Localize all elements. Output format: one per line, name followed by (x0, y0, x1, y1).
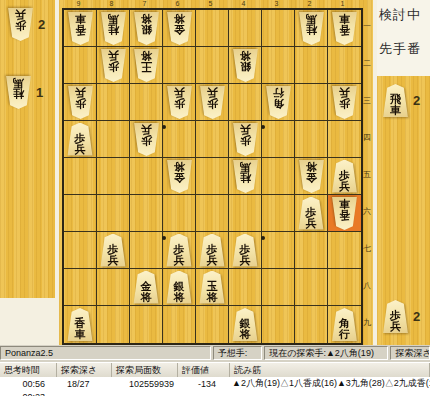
shogi-piece-歩兵-gote[interactable]: 歩兵 (166, 86, 193, 119)
shogi-piece-王将-gote[interactable]: 王将 (133, 49, 160, 82)
analysis-cell: 00:23 (0, 392, 57, 396)
square-1七[interactable] (328, 232, 361, 269)
piece-kanji: 歩 (306, 207, 317, 218)
hoshi-dot (162, 236, 166, 240)
piece-kanji: 銀 (240, 61, 251, 72)
square-9七[interactable] (64, 232, 97, 269)
square-5一[interactable] (196, 10, 229, 47)
sente-hand-tray: 飛車2歩兵2 (377, 76, 430, 345)
square-6五[interactable]: 金将 (163, 158, 196, 195)
piece-kanji: 兵 (390, 321, 401, 332)
piece-tile: 飛車 (382, 84, 409, 117)
shogi-piece-銀将-sente[interactable]: 銀将 (232, 308, 259, 341)
square-5三[interactable]: 歩兵 (196, 84, 229, 121)
square-2三[interactable] (295, 84, 328, 121)
shogi-piece-香車-gote[interactable]: 香車 (331, 12, 358, 45)
square-9二[interactable] (64, 47, 97, 84)
piece-kanji: 兵 (108, 50, 119, 61)
search-depth-label: 探索深さ (390, 346, 430, 360)
square-3九[interactable] (262, 306, 295, 343)
square-7五[interactable] (130, 158, 163, 195)
piece-kanji: 角 (273, 98, 284, 109)
piece-tile: 香車 (67, 12, 94, 45)
piece-tile: 金将 (298, 160, 325, 193)
piece-kanji: 金 (174, 172, 185, 183)
square-3二[interactable] (262, 47, 295, 84)
piece-kanji: 香 (339, 209, 350, 220)
shogi-piece-金将-gote[interactable]: 金将 (298, 160, 325, 193)
square-2六[interactable]: 歩兵 (295, 195, 328, 232)
piece-kanji: 歩 (15, 20, 26, 31)
shogi-piece-銀将-gote[interactable]: 銀将 (133, 12, 160, 45)
square-4四[interactable]: 歩兵 (229, 121, 262, 158)
piece-tile: 桂馬 (5, 76, 32, 109)
piece-kanji: 桂 (240, 172, 251, 183)
shogi-piece-歩兵-sente[interactable]: 歩兵 (199, 234, 226, 267)
rank-label: 八 (361, 267, 373, 304)
piece-kanji: 車 (339, 198, 350, 209)
piece-kanji: 桂 (108, 24, 119, 35)
engine-status-bar: Ponanza2.5 予想手: 現在の探索手:▲2八角(19) 探索深さ (0, 346, 430, 362)
file-labels: 987654321 (62, 0, 359, 8)
piece-kanji: 将 (174, 13, 185, 24)
piece-kanji: 銀 (141, 24, 152, 35)
piece-kanji: 歩 (174, 98, 185, 109)
square-8五[interactable] (97, 158, 130, 195)
square-7四[interactable]: 歩兵 (130, 121, 163, 158)
piece-tile: 銀将 (166, 271, 193, 304)
file-label: 6 (161, 0, 194, 8)
piece-kanji: 将 (174, 161, 185, 172)
piece-kanji: 兵 (174, 255, 185, 266)
piece-tile: 歩兵 (67, 123, 94, 156)
shogi-piece-歩兵-gote[interactable]: 歩兵 (100, 49, 127, 82)
engine-panel: Ponanza2.5 予想手: 現在の探索手:▲2八角(19) 探索深さ 思考時… (0, 345, 430, 396)
square-8三[interactable] (97, 84, 130, 121)
file-label: 2 (293, 0, 326, 8)
square-6一[interactable]: 金将 (163, 10, 196, 47)
piece-kanji: 車 (75, 13, 86, 24)
square-8八[interactable] (97, 269, 130, 306)
piece-kanji: 将 (240, 329, 251, 340)
status-text: 検討中 (377, 6, 430, 24)
square-6六[interactable] (163, 195, 196, 232)
shogi-piece-歩兵-sente[interactable]: 歩兵 (331, 160, 358, 193)
shogi-piece-桂馬-gote[interactable]: 桂馬 (100, 12, 127, 45)
shogi-piece-金将-sente[interactable]: 金将 (133, 271, 160, 304)
shogi-piece-歩兵-gote[interactable]: 歩兵 (331, 86, 358, 119)
piece-tile: 金将 (133, 271, 160, 304)
shogi-piece-飛車-sente[interactable]: 飛車 (382, 84, 409, 117)
piece-kanji: 将 (240, 50, 251, 61)
piece-kanji: 銀 (174, 281, 185, 292)
piece-kanji: 馬 (108, 13, 119, 24)
square-6八[interactable]: 銀将 (163, 269, 196, 306)
piece-tile: 銀将 (232, 49, 259, 82)
square-1二[interactable] (328, 47, 361, 84)
hand-piece-飛車[interactable]: 飛車2 (382, 84, 420, 117)
piece-tile: 金将 (166, 12, 193, 45)
column-header-3: 評価値 (178, 363, 230, 378)
current-search-move: 現在の探索手:▲2八角(19) (264, 346, 388, 360)
analysis-cell: 00:56 (0, 379, 57, 389)
shogi-piece-桂馬-gote[interactable]: 桂馬 (232, 160, 259, 193)
analysis-row[interactable]: 00:5618/27102559939-134▲2八角(19)△1八香成(16)… (0, 377, 430, 390)
piece-kanji: 金 (141, 281, 152, 292)
square-2八[interactable] (295, 269, 328, 306)
shogi-piece-歩兵-gote[interactable]: 歩兵 (7, 8, 34, 41)
piece-kanji: 歩 (240, 135, 251, 146)
piece-tile: 歩兵 (199, 86, 226, 119)
piece-kanji: 歩 (141, 135, 152, 146)
square-1四[interactable] (328, 121, 361, 158)
piece-tile: 歩兵 (232, 123, 259, 156)
file-label: 9 (62, 0, 95, 8)
square-7一[interactable]: 銀将 (130, 10, 163, 47)
shogi-piece-桂馬-gote[interactable]: 桂馬 (5, 76, 32, 109)
square-8一[interactable]: 桂馬 (97, 10, 130, 47)
square-3八[interactable] (262, 269, 295, 306)
shogi-piece-歩兵-gote[interactable]: 歩兵 (133, 123, 160, 156)
piece-tile: 銀将 (232, 308, 259, 341)
piece-kanji: 車 (75, 329, 86, 340)
piece-kanji: 行 (273, 87, 284, 98)
square-4九[interactable]: 銀将 (229, 306, 262, 343)
piece-tile: 歩兵 (331, 160, 358, 193)
piece-kanji: 兵 (306, 218, 317, 229)
piece-kanji: 歩 (108, 244, 119, 255)
square-6三[interactable]: 歩兵 (163, 84, 196, 121)
square-2一[interactable]: 桂馬 (295, 10, 328, 47)
square-5八[interactable]: 玉将 (196, 269, 229, 306)
shogi-piece-歩兵-sente[interactable]: 歩兵 (67, 123, 94, 156)
rank-label: 九 (361, 304, 373, 341)
piece-kanji: 金 (306, 172, 317, 183)
square-2四[interactable] (295, 121, 328, 158)
shogi-piece-金将-gote[interactable]: 金将 (166, 12, 193, 45)
square-4七[interactable]: 歩兵 (229, 232, 262, 269)
piece-tile: 歩兵 (199, 234, 226, 267)
square-5二[interactable] (196, 47, 229, 84)
square-2七[interactable] (295, 232, 328, 269)
piece-tile: 歩兵 (100, 234, 127, 267)
shogi-piece-香車-gote[interactable]: 香車 (331, 197, 358, 230)
hand-piece-count: 2 (413, 309, 420, 324)
file-label: 8 (95, 0, 128, 8)
square-4八[interactable] (229, 269, 262, 306)
shogi-piece-歩兵-gote[interactable]: 歩兵 (199, 86, 226, 119)
square-2九[interactable] (295, 306, 328, 343)
rank-label: 六 (361, 193, 373, 230)
piece-kanji: 兵 (75, 144, 86, 155)
file-label: 3 (260, 0, 293, 8)
board-grid: 香車桂馬銀将金将桂馬香車歩兵王将銀将歩兵歩兵歩兵角行歩兵歩兵歩兵歩兵金将桂馬金将… (62, 8, 363, 345)
square-2五[interactable]: 金将 (295, 158, 328, 195)
piece-kanji: 将 (141, 292, 152, 303)
square-7九[interactable] (130, 306, 163, 343)
analysis-cell: ▲2八角(19)△1八香成(16)▲3九角(28)△2九成香(18)▲ (230, 377, 430, 390)
square-1一[interactable]: 香車 (328, 10, 361, 47)
shogi-piece-香車-gote[interactable]: 香車 (67, 12, 94, 45)
square-9四[interactable]: 歩兵 (64, 121, 97, 158)
piece-tile: 王将 (133, 49, 160, 82)
square-3三[interactable]: 角行 (262, 84, 295, 121)
shogi-analysis-app: 歩兵2桂馬1 987654321 香車桂馬銀将金将桂馬香車歩兵王将銀将歩兵歩兵歩… (0, 0, 430, 396)
piece-kanji: 歩 (108, 61, 119, 72)
piece-kanji: 車 (390, 105, 401, 116)
shogi-piece-角行-gote[interactable]: 角行 (265, 86, 292, 119)
piece-kanji: 歩 (339, 170, 350, 181)
piece-tile: 歩兵 (166, 234, 193, 267)
shogi-piece-歩兵-gote[interactable]: 歩兵 (67, 86, 94, 119)
hoshi-dot (261, 236, 265, 240)
piece-tile: 香車 (331, 12, 358, 45)
piece-kanji: 歩 (207, 98, 218, 109)
piece-kanji: 桂 (13, 88, 24, 99)
square-7七[interactable] (130, 232, 163, 269)
file-label: 7 (128, 0, 161, 8)
square-3四[interactable] (262, 121, 295, 158)
rank-label: 一 (361, 8, 373, 45)
analysis-cell: 18/27 (57, 379, 112, 389)
piece-kanji: 兵 (141, 124, 152, 135)
piece-tile: 歩兵 (7, 8, 34, 41)
square-3五[interactable] (262, 158, 295, 195)
hoshi-dot (261, 125, 265, 129)
column-header-1: 探索深さ (57, 363, 112, 378)
piece-kanji: 歩 (174, 244, 185, 255)
square-1六[interactable]: 香車 (328, 195, 361, 232)
piece-tile: 桂馬 (232, 160, 259, 193)
piece-kanji: 桂 (306, 24, 317, 35)
shogi-piece-角行-sente[interactable]: 角行 (331, 308, 358, 341)
piece-kanji: 将 (306, 161, 317, 172)
square-4一[interactable] (229, 10, 262, 47)
piece-tile: 歩兵 (100, 49, 127, 82)
analysis-cell: 102559939 (112, 379, 178, 389)
piece-kanji: 金 (174, 24, 185, 35)
piece-tile: 香車 (331, 197, 358, 230)
piece-kanji: 歩 (339, 98, 350, 109)
shogi-piece-歩兵-sente[interactable]: 歩兵 (232, 234, 259, 267)
column-header-4: 読み筋 (230, 363, 430, 378)
square-1三[interactable]: 歩兵 (328, 84, 361, 121)
piece-kanji: 兵 (339, 87, 350, 98)
rank-label: 五 (361, 156, 373, 193)
piece-kanji: 兵 (108, 255, 119, 266)
piece-kanji: 歩 (240, 244, 251, 255)
square-9五[interactable] (64, 158, 97, 195)
square-2二[interactable] (295, 47, 328, 84)
column-header-2: 探索局面数 (112, 363, 178, 378)
square-1五[interactable]: 歩兵 (328, 158, 361, 195)
engine-name: Ponanza2.5 (0, 346, 211, 360)
square-6七[interactable]: 歩兵 (163, 232, 196, 269)
shogi-piece-銀将-sente[interactable]: 銀将 (166, 271, 193, 304)
shogi-piece-歩兵-sente[interactable]: 歩兵 (166, 234, 193, 267)
piece-kanji: 歩 (75, 98, 86, 109)
piece-tile: 角行 (331, 308, 358, 341)
piece-kanji: 将 (207, 292, 218, 303)
square-5五[interactable] (196, 158, 229, 195)
analysis-status-panel: 検討中 先手番 (377, 0, 430, 76)
square-8二[interactable]: 歩兵 (97, 47, 130, 84)
piece-tile: 歩兵 (67, 86, 94, 119)
piece-kanji: 王 (141, 61, 152, 72)
piece-tile: 歩兵 (331, 86, 358, 119)
piece-kanji: 兵 (75, 87, 86, 98)
piece-kanji: 香 (75, 24, 86, 35)
rank-label: 三 (361, 82, 373, 119)
piece-kanji: 将 (174, 292, 185, 303)
piece-tile: 歩兵 (133, 123, 160, 156)
square-9九[interactable]: 香車 (64, 306, 97, 343)
square-9一[interactable]: 香車 (64, 10, 97, 47)
square-6二[interactable] (163, 47, 196, 84)
file-label: 5 (194, 0, 227, 8)
square-9六[interactable] (64, 195, 97, 232)
piece-kanji: 将 (141, 50, 152, 61)
square-7二[interactable]: 王将 (130, 47, 163, 84)
square-5六[interactable] (196, 195, 229, 232)
gote-hand-tray: 歩兵2桂馬1 (0, 0, 55, 298)
piece-tile: 歩兵 (382, 300, 409, 333)
shogi-piece-金将-gote[interactable]: 金将 (166, 160, 193, 193)
piece-kanji: 歩 (75, 133, 86, 144)
square-4三[interactable] (229, 84, 262, 121)
shogi-piece-歩兵-gote[interactable]: 歩兵 (232, 123, 259, 156)
square-8四[interactable] (97, 121, 130, 158)
piece-kanji: 馬 (13, 77, 24, 88)
hand-piece-count: 2 (38, 17, 45, 32)
shogi-piece-歩兵-sente[interactable]: 歩兵 (382, 300, 409, 333)
square-5四[interactable] (196, 121, 229, 158)
square-8九[interactable] (97, 306, 130, 343)
hand-piece-歩兵[interactable]: 歩兵2 (7, 8, 45, 41)
shogi-piece-銀将-gote[interactable]: 銀将 (232, 49, 259, 82)
rank-label: 七 (361, 230, 373, 267)
piece-tile: 角行 (265, 86, 292, 119)
square-3七[interactable] (262, 232, 295, 269)
piece-kanji: 香 (339, 24, 350, 35)
rank-label: 四 (361, 119, 373, 156)
square-9三[interactable]: 歩兵 (64, 84, 97, 121)
piece-kanji: 馬 (306, 13, 317, 24)
square-1八[interactable] (328, 269, 361, 306)
piece-tile: 玉将 (199, 271, 226, 304)
square-3一[interactable] (262, 10, 295, 47)
square-8六[interactable] (97, 195, 130, 232)
square-7八[interactable]: 金将 (130, 269, 163, 306)
hand-piece-歩兵[interactable]: 歩兵2 (382, 300, 420, 333)
square-5七[interactable]: 歩兵 (196, 232, 229, 269)
shogi-piece-香車-sente[interactable]: 香車 (67, 308, 94, 341)
rank-label: 二 (361, 45, 373, 82)
piece-kanji: 兵 (339, 181, 350, 192)
piece-kanji: 兵 (240, 124, 251, 135)
square-8七[interactable]: 歩兵 (97, 232, 130, 269)
square-6九[interactable] (163, 306, 196, 343)
analysis-table-body: 00:5618/27102559939-134▲2八角(19)△1八香成(16)… (0, 377, 430, 396)
shogi-piece-玉将-sente[interactable]: 玉将 (199, 271, 226, 304)
shogi-piece-歩兵-sente[interactable]: 歩兵 (100, 234, 127, 267)
square-4五[interactable]: 桂馬 (229, 158, 262, 195)
hand-piece-桂馬[interactable]: 桂馬1 (5, 76, 43, 109)
predicted-move-label: 予想手: (213, 346, 262, 360)
piece-kanji: 玉 (207, 281, 218, 292)
square-7六[interactable] (130, 195, 163, 232)
piece-kanji: 兵 (207, 255, 218, 266)
square-4二[interactable]: 銀将 (229, 47, 262, 84)
piece-tile: 銀将 (133, 12, 160, 45)
piece-tile: 金将 (166, 160, 193, 193)
piece-kanji: 馬 (240, 161, 251, 172)
shogi-piece-歩兵-sente[interactable]: 歩兵 (298, 197, 325, 230)
hoshi-dot (162, 125, 166, 129)
hand-piece-count: 2 (413, 93, 420, 108)
shogi-piece-桂馬-gote[interactable]: 桂馬 (298, 12, 325, 45)
analysis-cell: -134 (178, 379, 230, 389)
square-6四[interactable] (163, 121, 196, 158)
analysis-row[interactable]: 00:23 (0, 390, 430, 396)
piece-tile: 歩兵 (166, 86, 193, 119)
square-1九[interactable]: 角行 (328, 306, 361, 343)
piece-tile: 歩兵 (232, 234, 259, 267)
square-9八[interactable] (64, 269, 97, 306)
column-header-0: 思考時間 (0, 363, 57, 378)
file-label: 1 (326, 0, 359, 8)
piece-tile: 桂馬 (298, 12, 325, 45)
square-5九[interactable] (196, 306, 229, 343)
hand-piece-count: 1 (36, 85, 43, 100)
piece-kanji: 歩 (207, 244, 218, 255)
piece-tile: 歩兵 (298, 197, 325, 230)
piece-kanji: 兵 (207, 87, 218, 98)
piece-tile: 桂馬 (100, 12, 127, 45)
square-3六[interactable] (262, 195, 295, 232)
piece-kanji: 兵 (174, 87, 185, 98)
square-4六[interactable] (229, 195, 262, 232)
rank-labels: 一二三四五六七八九 (361, 8, 373, 341)
piece-tile: 香車 (67, 308, 94, 341)
turn-text: 先手番 (377, 40, 430, 58)
piece-kanji: 行 (339, 329, 350, 340)
piece-kanji: 車 (339, 13, 350, 24)
piece-kanji: 兵 (240, 255, 251, 266)
file-label: 4 (227, 0, 260, 8)
piece-kanji: 将 (141, 13, 152, 24)
square-7三[interactable] (130, 84, 163, 121)
piece-kanji: 兵 (15, 9, 26, 20)
shogi-board: 987654321 香車桂馬銀将金将桂馬香車歩兵王将銀将歩兵歩兵歩兵角行歩兵歩兵… (59, 0, 373, 345)
